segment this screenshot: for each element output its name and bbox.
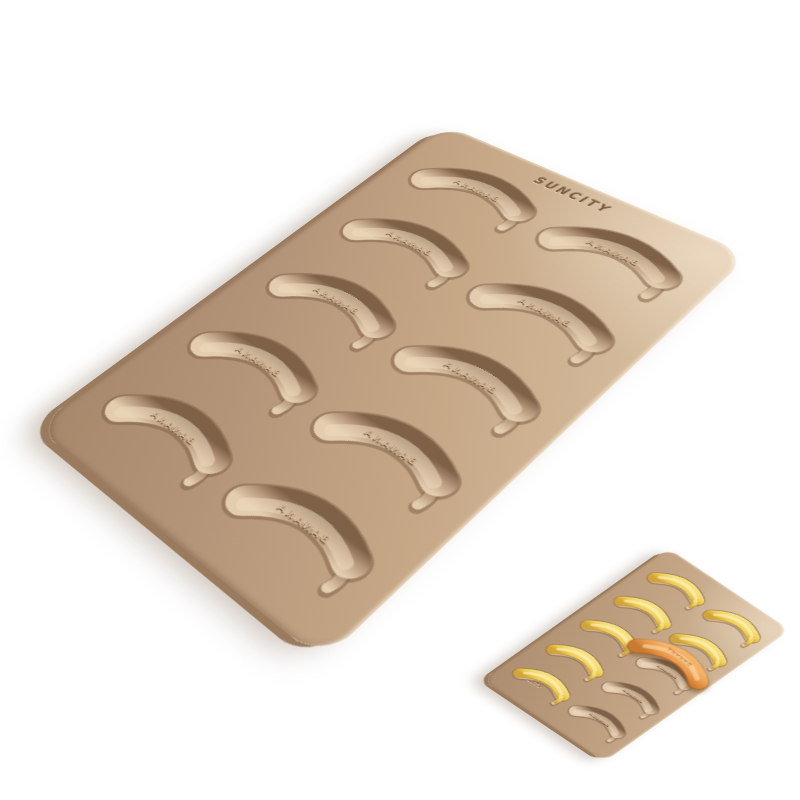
- product-photo: SUNCITY BANANABANANA BANANABANANA BANANA…: [0, 0, 800, 800]
- banana-baking-pan-inset: SUNCITY: [482, 548, 790, 762]
